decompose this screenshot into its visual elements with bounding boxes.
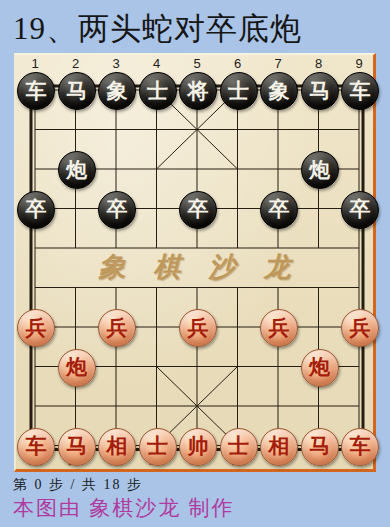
credit-text: 本图由 象棋沙龙 制作 <box>13 494 235 522</box>
piece-red-cannon[interactable]: 炮 <box>58 349 96 387</box>
piece-red-soldier[interactable]: 兵 <box>341 309 379 347</box>
piece-red-general[interactable]: 帅 <box>179 428 217 466</box>
file-label-top-9: 9 <box>349 56 369 71</box>
river-watermark: 象棋沙龙 <box>16 251 373 283</box>
piece-black-horse[interactable]: 马 <box>58 72 96 110</box>
piece-black-elephant[interactable]: 象 <box>260 72 298 110</box>
piece-red-soldier[interactable]: 兵 <box>98 309 136 347</box>
piece-black-chariot[interactable]: 车 <box>17 72 55 110</box>
piece-red-advisor[interactable]: 士 <box>139 428 177 466</box>
piece-red-soldier[interactable]: 兵 <box>260 309 298 347</box>
piece-red-soldier[interactable]: 兵 <box>179 309 217 347</box>
piece-red-advisor[interactable]: 士 <box>220 428 258 466</box>
piece-red-horse[interactable]: 马 <box>301 428 339 466</box>
piece-black-horse[interactable]: 马 <box>301 72 339 110</box>
piece-red-chariot[interactable]: 车 <box>17 428 55 466</box>
piece-red-chariot[interactable]: 车 <box>341 428 379 466</box>
piece-red-horse[interactable]: 马 <box>58 428 96 466</box>
move-counter: 第 0 步 / 共 18 步 <box>13 476 143 494</box>
piece-black-advisor[interactable]: 士 <box>220 72 258 110</box>
page-title: 19、两头蛇对卒底炮 <box>13 8 302 50</box>
piece-red-cannon[interactable]: 炮 <box>301 349 339 387</box>
piece-black-soldier[interactable]: 卒 <box>179 191 217 229</box>
piece-black-soldier[interactable]: 卒 <box>98 191 136 229</box>
piece-black-general[interactable]: 将 <box>179 72 217 110</box>
piece-black-soldier[interactable]: 卒 <box>17 191 55 229</box>
file-label-top-3: 3 <box>106 56 126 71</box>
xiangqi-board[interactable]: 象棋沙龙 123456789九八七六五四三二一车马象士将士象马车炮炮卒卒卒卒卒兵… <box>14 53 376 472</box>
piece-black-soldier[interactable]: 卒 <box>260 191 298 229</box>
piece-black-advisor[interactable]: 士 <box>139 72 177 110</box>
file-label-top-8: 8 <box>309 56 329 71</box>
piece-black-soldier[interactable]: 卒 <box>341 191 379 229</box>
piece-black-chariot[interactable]: 车 <box>341 72 379 110</box>
piece-red-elephant[interactable]: 相 <box>98 428 136 466</box>
piece-black-elephant[interactable]: 象 <box>98 72 136 110</box>
file-label-top-6: 6 <box>228 56 248 71</box>
piece-red-elephant[interactable]: 相 <box>260 428 298 466</box>
file-label-top-1: 1 <box>25 56 45 71</box>
piece-black-cannon[interactable]: 炮 <box>301 151 339 189</box>
piece-black-cannon[interactable]: 炮 <box>58 151 96 189</box>
page: 19、两头蛇对卒底炮 象棋沙龙 123456789九八七六五四三二一车马象士将士… <box>0 0 390 527</box>
file-label-top-2: 2 <box>66 56 86 71</box>
file-label-top-7: 7 <box>268 56 288 71</box>
piece-red-soldier[interactable]: 兵 <box>17 309 55 347</box>
file-label-top-4: 4 <box>147 56 167 71</box>
file-label-top-5: 5 <box>187 56 207 71</box>
